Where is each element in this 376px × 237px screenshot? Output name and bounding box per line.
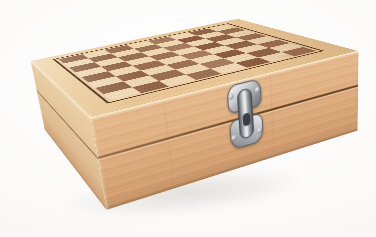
- product-photo-stage: [0, 0, 376, 237]
- metal-clasp-icon: [223, 77, 267, 151]
